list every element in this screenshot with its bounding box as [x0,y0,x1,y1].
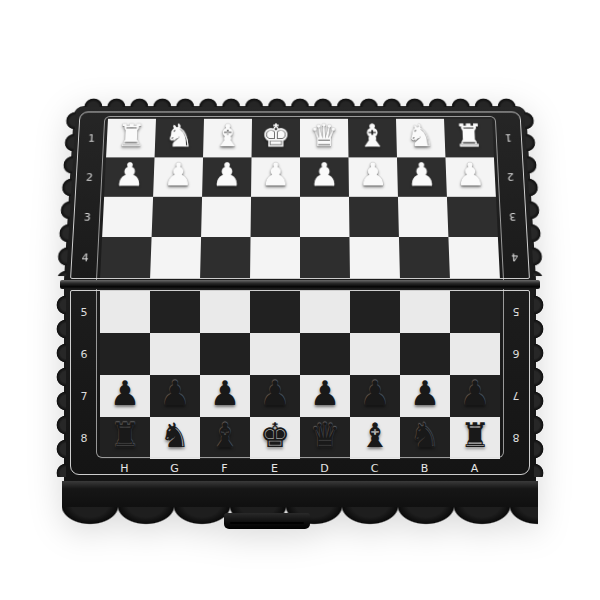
square-c8: ♝ [350,417,400,459]
square-e6 [250,333,300,375]
square-b3 [398,197,448,237]
square-a8: ♜ [450,417,500,459]
black-king-icon: ♚ [260,418,290,452]
square-f3 [201,197,251,237]
square-g6 [150,333,200,375]
square-g8: ♞ [150,417,200,459]
square-a2: ♟ [445,157,495,196]
white-pawn-icon: ♟ [455,158,486,190]
square-d7: ♟ [300,375,350,417]
square-c4 [349,237,399,278]
black-rook-icon: ♜ [460,418,490,452]
square-d8: ♛ [300,417,350,459]
rank-label-7: 7 [506,375,526,417]
file-label-c: C [350,458,400,478]
square-g1: ♞ [155,119,204,158]
rank-labels-right-bottom: 5678 [506,291,526,459]
square-g2: ♟ [153,157,203,196]
square-e1: ♚ [252,119,300,158]
square-h7: ♟ [100,375,150,417]
square-f2: ♟ [202,157,251,196]
square-h2: ♟ [104,157,154,196]
square-c1: ♝ [348,119,397,158]
rank-label-4: 4 [74,237,96,278]
square-b1: ♞ [396,119,445,158]
square-c7: ♟ [350,375,400,417]
square-g7: ♟ [150,375,200,417]
square-e8: ♚ [250,417,300,459]
white-pawn-icon: ♟ [309,158,339,190]
file-label-b: B [400,458,450,478]
rank-label-3: 3 [76,197,98,237]
square-c2: ♟ [348,157,397,196]
left-scalloped-edge-bottom [55,293,66,477]
square-f8: ♝ [200,417,250,459]
square-f6 [200,333,250,375]
square-c5 [350,291,400,333]
square-f1: ♝ [203,119,252,158]
file-label-a: A [450,458,500,478]
rank-label-6: 6 [506,333,526,375]
rank-label-2: 2 [79,157,101,196]
black-pawn-icon: ♟ [110,376,140,410]
board-ranks-1-4: ♜♞♝♚♛♝♞♜♟♟♟♟♟♟♟♟ [100,119,500,278]
white-rook-icon: ♜ [453,120,484,151]
black-knight-icon: ♞ [160,418,190,452]
black-pawn-icon: ♟ [360,376,390,410]
top-scalloped-rim [82,98,518,107]
square-b7: ♟ [400,375,450,417]
board-bottom-half: ♟♟♟♟♟♟♟♟♜♞♝♚♛♝♞♜ 5678 5678 HGFEDCBA [64,289,536,481]
case-latch-clasp [224,513,310,529]
black-queen-icon: ♛ [310,418,340,452]
file-label-g: G [150,458,200,478]
rank-label-1: 1 [498,119,519,158]
rank-labels-left-bottom: 5678 [74,291,94,459]
white-pawn-icon: ♟ [406,158,437,190]
rank-label-4: 4 [504,237,526,278]
square-d1: ♛ [300,119,348,158]
square-a6 [450,333,500,375]
square-h8: ♜ [100,417,150,459]
white-pawn-icon: ♟ [212,158,242,190]
rank-label-5: 5 [506,291,526,333]
white-pawn-icon: ♟ [114,158,145,190]
left-scalloped-edge-top [55,110,76,276]
file-label-e: E [250,458,300,478]
white-pawn-icon: ♟ [261,158,291,190]
square-e3 [251,197,300,237]
square-e7: ♟ [250,375,300,417]
square-h1: ♜ [106,119,156,158]
square-b2: ♟ [397,157,447,196]
square-f7: ♟ [200,375,250,417]
square-g3 [152,197,202,237]
square-a3 [447,197,498,237]
white-knight-icon: ♞ [405,120,435,151]
black-bishop-icon: ♝ [210,418,240,452]
square-b8: ♞ [400,417,450,459]
square-h4 [100,237,151,278]
rank-label-2: 2 [500,157,522,196]
rank-label-6: 6 [74,333,94,375]
black-knight-icon: ♞ [410,418,440,452]
square-c6 [350,333,400,375]
file-label-f: F [200,458,250,478]
square-d6 [300,333,350,375]
square-h5 [100,291,150,333]
product-photo-chess-set: ♜♞♝♚♛♝♞♜♟♟♟♟♟♟♟♟ 1234 1234 ♟♟♟♟♟♟♟♟♜♞♝♚♛… [0,0,600,600]
rank-label-3: 3 [502,197,524,237]
square-b5 [400,291,450,333]
square-c3 [349,197,399,237]
white-king-icon: ♚ [261,120,291,151]
black-pawn-icon: ♟ [160,376,190,410]
square-e5 [250,291,300,333]
square-e2: ♟ [251,157,300,196]
board-ranks-5-8: ♟♟♟♟♟♟♟♟♜♞♝♚♛♝♞♜ [100,291,500,459]
square-a5 [450,291,500,333]
black-pawn-icon: ♟ [260,376,290,410]
square-g4 [150,237,201,278]
black-pawn-icon: ♟ [310,376,340,410]
square-d3 [300,197,349,237]
white-bishop-icon: ♝ [213,120,243,151]
rank-label-5: 5 [74,291,94,333]
rank-label-1: 1 [81,119,102,158]
black-pawn-icon: ♟ [210,376,240,410]
fold-hinge [60,280,540,289]
file-label-d: D [300,458,350,478]
file-label-h: H [100,458,150,478]
rank-label-7: 7 [74,375,94,417]
square-d2: ♟ [300,157,349,196]
white-rook-icon: ♜ [116,120,147,151]
square-a7: ♟ [450,375,500,417]
rank-labels-right-top: 1234 [498,119,526,278]
white-pawn-icon: ♟ [358,158,388,190]
right-scalloped-edge-top [524,110,545,276]
square-g5 [150,291,200,333]
square-b4 [399,237,450,278]
white-bishop-icon: ♝ [357,120,387,151]
black-pawn-icon: ♟ [410,376,440,410]
rank-labels-left-top: 1234 [74,119,102,278]
square-h3 [102,197,153,237]
square-e4 [250,237,300,278]
board-top-half: ♜♞♝♚♛♝♞♜♟♟♟♟♟♟♟♟ 1234 1234 [64,106,536,280]
rank-label-8: 8 [74,417,94,459]
right-scalloped-edge-bottom [534,293,545,477]
black-bishop-icon: ♝ [360,418,390,452]
square-f4 [200,237,250,278]
square-f5 [200,291,250,333]
square-h6 [100,333,150,375]
square-d4 [300,237,350,278]
square-b6 [400,333,450,375]
chess-case: ♜♞♝♚♛♝♞♜♟♟♟♟♟♟♟♟ 1234 1234 ♟♟♟♟♟♟♟♟♜♞♝♚♛… [64,96,536,525]
square-a4 [448,237,499,278]
white-knight-icon: ♞ [164,120,194,151]
black-pawn-icon: ♟ [460,376,490,410]
square-d5 [300,291,350,333]
black-rook-icon: ♜ [110,418,140,452]
square-a1: ♜ [444,119,494,158]
white-pawn-icon: ♟ [163,158,194,190]
rank-label-8: 8 [506,417,526,459]
file-labels-bottom: HGFEDCBA [100,458,500,478]
white-queen-icon: ♛ [309,120,339,151]
